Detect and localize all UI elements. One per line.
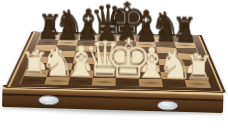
white-king-glyph: ♚ <box>100 30 155 85</box>
product-photo-scene: ♜♞♝♛♚♝♞♜♟♟♟♟♟♟♟♟♟♟♟♟♟♟♟♟♜♞♝♛♚♝♞♜ <box>0 0 228 128</box>
chess-board: ♜♞♝♛♚♝♞♜♟♟♟♟♟♟♟♟♟♟♟♟♟♟♟♟♜♞♝♛♚♝♞♜ <box>5 31 226 92</box>
metal-clasp-left <box>38 95 59 106</box>
chess-box: ♜♞♝♛♚♝♞♜♟♟♟♟♟♟♟♟♟♟♟♟♟♟♟♟♜♞♝♛♚♝♞♜ <box>0 0 228 128</box>
white-knight-glyph: ♞ <box>148 44 203 85</box>
board-tilt: ♜♞♝♛♚♝♞♜♟♟♟♟♟♟♟♟♟♟♟♟♟♟♟♟♜♞♝♛♚♝♞♜ <box>5 31 226 92</box>
pieces-layer: ♜♞♝♛♚♝♞♜♟♟♟♟♟♟♟♟♟♟♟♟♟♟♟♟♜♞♝♛♚♝♞♜ <box>5 31 226 92</box>
metal-clasp-right <box>157 100 178 111</box>
